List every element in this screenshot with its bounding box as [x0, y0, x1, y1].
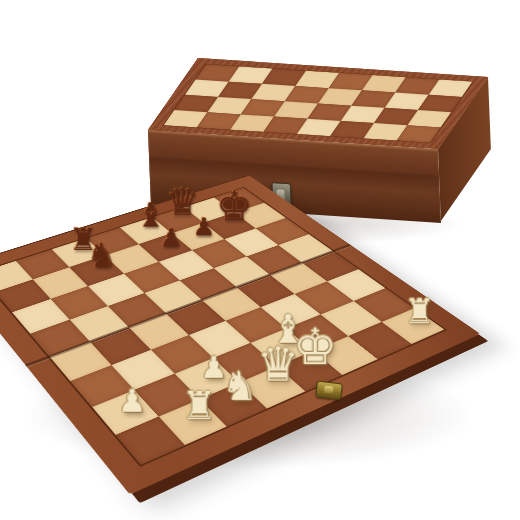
- square-c7[interactable]: ♞: [69, 256, 124, 287]
- black-knight-c7[interactable]: ♞: [87, 239, 117, 273]
- black-bishop-e8[interactable]: ♝: [136, 199, 166, 232]
- black-rook-c8[interactable]: ♜: [69, 224, 97, 255]
- white-pawn-a2[interactable]: ♟: [118, 385, 146, 416]
- square-h4[interactable]: [302, 251, 359, 281]
- square-b7[interactable]: [33, 267, 88, 299]
- square-d8[interactable]: [86, 228, 138, 256]
- square-g8[interactable]: [184, 197, 235, 222]
- black-pawn-e7[interactable]: ♟: [160, 225, 182, 250]
- square-e6[interactable]: [159, 250, 214, 280]
- square-f8[interactable]: ♛: [152, 207, 203, 233]
- square-g5[interactable]: [247, 245, 302, 275]
- white-queen-d1[interactable]: ♛: [257, 341, 299, 388]
- square-h3[interactable]: [327, 269, 385, 301]
- square-d6[interactable]: [124, 262, 180, 293]
- board-frame: ♜♝♛♞♟♟♚♟♟♝♜♞♛♚♜: [0, 175, 480, 495]
- square-g4[interactable]: [270, 263, 327, 294]
- black-queen-f8[interactable]: ♛: [166, 184, 199, 221]
- square-f6[interactable]: [192, 239, 246, 268]
- square-d7[interactable]: [105, 244, 159, 274]
- black-pawn-f7[interactable]: ♟: [193, 214, 215, 239]
- square-e5[interactable]: [180, 268, 237, 300]
- board-brass-clasp[interactable]: [315, 380, 343, 400]
- black-king-g7[interactable]: ♚: [216, 186, 252, 226]
- square-g7[interactable]: ♚: [204, 213, 256, 240]
- square-f7[interactable]: ♟: [172, 223, 225, 251]
- white-rook-b1[interactable]: ♜: [182, 386, 217, 425]
- square-g6[interactable]: [225, 228, 279, 256]
- square-h8[interactable]: [214, 188, 264, 212]
- board-grid: ♜♝♛♞♟♟♚♟♟♝♜♞♛♚♜: [0, 188, 444, 465]
- white-rook-h1[interactable]: ♜: [404, 294, 435, 328]
- open-chess-board: ♜♝♛♞♟♟♚♟♟♝♜♞♛♚♜: [0, 175, 480, 495]
- white-knight-c1[interactable]: ♞: [222, 367, 258, 407]
- square-c8[interactable]: ♜: [52, 238, 105, 267]
- square-h7[interactable]: [234, 203, 286, 229]
- product-photo-canvas: ♜♝♛♞♟♟♚♟♟♝♜♞♛♚♜: [0, 0, 520, 520]
- square-e7[interactable]: ♟: [139, 233, 192, 262]
- square-f5[interactable]: [214, 256, 270, 287]
- square-a8[interactable]: [0, 261, 33, 292]
- square-e8[interactable]: ♝: [120, 217, 172, 244]
- square-h5[interactable]: [278, 234, 333, 263]
- square-b8[interactable]: [16, 249, 70, 279]
- open-board-scene: ♜♝♛♞♟♟♚♟♟♝♜♞♛♚♜: [10, 108, 394, 492]
- square-h6[interactable]: [256, 218, 309, 245]
